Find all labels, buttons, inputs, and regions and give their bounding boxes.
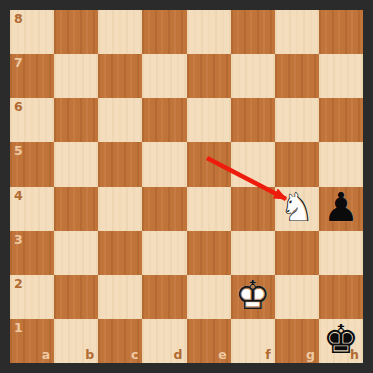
square-b2[interactable] bbox=[54, 275, 98, 319]
square-g6[interactable] bbox=[275, 98, 319, 142]
black-king[interactable]: ♚ bbox=[319, 319, 363, 363]
board-frame: 87654♞♘♟32♚♔1abcdefgh♚ bbox=[0, 0, 373, 373]
square-f2[interactable]: ♚♔ bbox=[231, 275, 275, 319]
square-a2[interactable]: 2 bbox=[10, 275, 54, 319]
file-label-e: e bbox=[218, 349, 226, 362]
file-label-a: a bbox=[42, 349, 50, 362]
rank-label-1: 1 bbox=[14, 322, 23, 335]
file-label-f: f bbox=[265, 349, 270, 362]
square-f4[interactable] bbox=[231, 187, 275, 231]
square-e7[interactable] bbox=[187, 54, 231, 98]
square-a1[interactable]: 1a bbox=[10, 319, 54, 363]
square-c5[interactable] bbox=[98, 142, 142, 186]
square-g8[interactable] bbox=[275, 10, 319, 54]
square-d1[interactable]: d bbox=[142, 319, 186, 363]
square-d2[interactable] bbox=[142, 275, 186, 319]
square-c1[interactable]: c bbox=[98, 319, 142, 363]
square-d3[interactable] bbox=[142, 231, 186, 275]
square-b1[interactable]: b bbox=[54, 319, 98, 363]
white-knight[interactable]: ♞♘ bbox=[275, 187, 319, 231]
file-label-d: d bbox=[174, 349, 183, 362]
square-a4[interactable]: 4 bbox=[10, 187, 54, 231]
square-d6[interactable] bbox=[142, 98, 186, 142]
square-h1[interactable]: h♚ bbox=[319, 319, 363, 363]
file-label-b: b bbox=[85, 349, 94, 362]
square-d8[interactable] bbox=[142, 10, 186, 54]
file-label-c: c bbox=[131, 349, 138, 362]
square-e6[interactable] bbox=[187, 98, 231, 142]
square-h2[interactable] bbox=[319, 275, 363, 319]
square-c2[interactable] bbox=[98, 275, 142, 319]
square-g3[interactable] bbox=[275, 231, 319, 275]
white-king[interactable]: ♚♔ bbox=[231, 275, 275, 319]
rank-label-6: 6 bbox=[14, 101, 23, 114]
square-g5[interactable] bbox=[275, 142, 319, 186]
square-a5[interactable]: 5 bbox=[10, 142, 54, 186]
square-a7[interactable]: 7 bbox=[10, 54, 54, 98]
square-b8[interactable] bbox=[54, 10, 98, 54]
square-c7[interactable] bbox=[98, 54, 142, 98]
square-d7[interactable] bbox=[142, 54, 186, 98]
square-b4[interactable] bbox=[54, 187, 98, 231]
square-f7[interactable] bbox=[231, 54, 275, 98]
square-a8[interactable]: 8 bbox=[10, 10, 54, 54]
square-g7[interactable] bbox=[275, 54, 319, 98]
square-e4[interactable] bbox=[187, 187, 231, 231]
square-c4[interactable] bbox=[98, 187, 142, 231]
square-d4[interactable] bbox=[142, 187, 186, 231]
rank-label-8: 8 bbox=[14, 13, 23, 26]
square-c3[interactable] bbox=[98, 231, 142, 275]
square-h3[interactable] bbox=[319, 231, 363, 275]
file-label-g: g bbox=[306, 349, 315, 362]
square-b3[interactable] bbox=[54, 231, 98, 275]
square-f8[interactable] bbox=[231, 10, 275, 54]
square-h6[interactable] bbox=[319, 98, 363, 142]
black-pawn[interactable]: ♟ bbox=[319, 187, 363, 231]
square-d5[interactable] bbox=[142, 142, 186, 186]
square-g1[interactable]: g bbox=[275, 319, 319, 363]
square-f3[interactable] bbox=[231, 231, 275, 275]
square-a3[interactable]: 3 bbox=[10, 231, 54, 275]
square-f6[interactable] bbox=[231, 98, 275, 142]
rank-label-4: 4 bbox=[14, 190, 23, 203]
square-h4[interactable]: ♟ bbox=[319, 187, 363, 231]
square-h5[interactable] bbox=[319, 142, 363, 186]
square-b6[interactable] bbox=[54, 98, 98, 142]
square-h7[interactable] bbox=[319, 54, 363, 98]
chess-board: 87654♞♘♟32♚♔1abcdefgh♚ bbox=[10, 10, 363, 363]
square-g2[interactable] bbox=[275, 275, 319, 319]
square-f1[interactable]: f bbox=[231, 319, 275, 363]
square-c8[interactable] bbox=[98, 10, 142, 54]
rank-label-2: 2 bbox=[14, 278, 23, 291]
square-f5[interactable] bbox=[231, 142, 275, 186]
square-b5[interactable] bbox=[54, 142, 98, 186]
rank-label-5: 5 bbox=[14, 145, 23, 158]
square-e5[interactable] bbox=[187, 142, 231, 186]
square-h8[interactable] bbox=[319, 10, 363, 54]
square-e1[interactable]: e bbox=[187, 319, 231, 363]
square-g4[interactable]: ♞♘ bbox=[275, 187, 319, 231]
square-b7[interactable] bbox=[54, 54, 98, 98]
rank-label-3: 3 bbox=[14, 234, 23, 247]
rank-label-7: 7 bbox=[14, 57, 23, 70]
square-e8[interactable] bbox=[187, 10, 231, 54]
square-c6[interactable] bbox=[98, 98, 142, 142]
square-a6[interactable]: 6 bbox=[10, 98, 54, 142]
square-e2[interactable] bbox=[187, 275, 231, 319]
square-e3[interactable] bbox=[187, 231, 231, 275]
